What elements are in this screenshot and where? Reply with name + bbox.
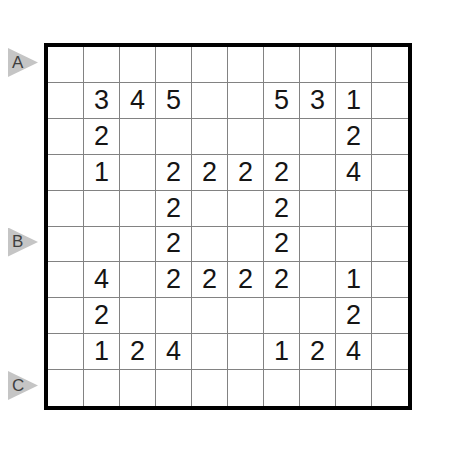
cell-r3c8[interactable]	[300, 119, 336, 155]
cell-r8c8[interactable]	[300, 298, 336, 334]
cell-r8c3[interactable]	[120, 298, 156, 334]
cell-r3c6[interactable]	[228, 119, 264, 155]
cell-r7c6-clue: 2	[228, 262, 264, 298]
puzzle-board: 34553122122224222242222122124124	[44, 43, 412, 410]
cell-r9c1[interactable]	[48, 334, 84, 370]
cell-r6c8[interactable]	[300, 227, 336, 263]
cell-r9c4-clue: 4	[156, 334, 192, 370]
cell-r10c4[interactable]	[156, 370, 192, 406]
cell-r9c3-clue: 2	[120, 334, 156, 370]
cell-r2c4-clue: 5	[156, 83, 192, 119]
cell-r4c2-clue: 1	[84, 155, 120, 191]
cell-r7c1[interactable]	[48, 262, 84, 298]
cell-r10c10[interactable]	[372, 370, 408, 406]
cell-r10c3[interactable]	[120, 370, 156, 406]
puzzle-canvas: 34553122122224222242222122124124 ABC	[0, 0, 458, 454]
cell-r3c3[interactable]	[120, 119, 156, 155]
cell-r8c10[interactable]	[372, 298, 408, 334]
cell-r6c7-clue: 2	[264, 227, 300, 263]
cell-r10c8[interactable]	[300, 370, 336, 406]
cell-r10c1[interactable]	[48, 370, 84, 406]
cell-r2c8-clue: 3	[300, 83, 336, 119]
cell-r4c5-clue: 2	[192, 155, 228, 191]
cell-r8c4[interactable]	[156, 298, 192, 334]
cell-r7c5-clue: 2	[192, 262, 228, 298]
cell-r1c4[interactable]	[156, 47, 192, 83]
cell-r3c5[interactable]	[192, 119, 228, 155]
cell-r3c1[interactable]	[48, 119, 84, 155]
cell-r6c6[interactable]	[228, 227, 264, 263]
cell-r3c9-clue: 2	[336, 119, 372, 155]
cell-r10c2[interactable]	[84, 370, 120, 406]
cell-r5c2[interactable]	[84, 191, 120, 227]
cell-r7c9-clue: 1	[336, 262, 372, 298]
cell-r1c5[interactable]	[192, 47, 228, 83]
cell-r4c10[interactable]	[372, 155, 408, 191]
row-marker-a: A	[8, 48, 38, 77]
cell-r6c1[interactable]	[48, 227, 84, 263]
cell-r3c2-clue: 2	[84, 119, 120, 155]
cell-r8c2-clue: 2	[84, 298, 120, 334]
cell-r5c5[interactable]	[192, 191, 228, 227]
cell-r7c4-clue: 2	[156, 262, 192, 298]
cell-r4c4-clue: 2	[156, 155, 192, 191]
row-marker-label: C	[12, 371, 24, 400]
cell-r4c1[interactable]	[48, 155, 84, 191]
cell-r6c10[interactable]	[372, 227, 408, 263]
cell-r2c9-clue: 1	[336, 83, 372, 119]
cell-r4c7-clue: 2	[264, 155, 300, 191]
cell-r4c9-clue: 4	[336, 155, 372, 191]
cell-r2c5[interactable]	[192, 83, 228, 119]
cell-r2c3-clue: 4	[120, 83, 156, 119]
cell-r6c2[interactable]	[84, 227, 120, 263]
cell-r1c9[interactable]	[336, 47, 372, 83]
cell-r1c6[interactable]	[228, 47, 264, 83]
cell-r7c10[interactable]	[372, 262, 408, 298]
cell-r4c3[interactable]	[120, 155, 156, 191]
cell-r3c4[interactable]	[156, 119, 192, 155]
row-marker-b: B	[8, 228, 38, 257]
cell-r9c7-clue: 1	[264, 334, 300, 370]
cell-r3c7[interactable]	[264, 119, 300, 155]
cell-r9c6[interactable]	[228, 334, 264, 370]
cell-r7c8[interactable]	[300, 262, 336, 298]
cell-r2c10[interactable]	[372, 83, 408, 119]
cell-r1c2[interactable]	[84, 47, 120, 83]
cell-r5c9[interactable]	[336, 191, 372, 227]
cell-r10c5[interactable]	[192, 370, 228, 406]
cell-r9c5[interactable]	[192, 334, 228, 370]
row-marker-label: A	[12, 48, 23, 77]
cell-r2c7-clue: 5	[264, 83, 300, 119]
cell-r5c7-clue: 2	[264, 191, 300, 227]
cell-r4c6-clue: 2	[228, 155, 264, 191]
cell-r8c6[interactable]	[228, 298, 264, 334]
cell-r8c5[interactable]	[192, 298, 228, 334]
cell-r2c2-clue: 3	[84, 83, 120, 119]
cell-r1c10[interactable]	[372, 47, 408, 83]
cell-r8c9-clue: 2	[336, 298, 372, 334]
cell-r10c6[interactable]	[228, 370, 264, 406]
cell-r9c2-clue: 1	[84, 334, 120, 370]
cell-r7c7-clue: 2	[264, 262, 300, 298]
cell-r9c10[interactable]	[372, 334, 408, 370]
cell-r8c1[interactable]	[48, 298, 84, 334]
cell-r1c3[interactable]	[120, 47, 156, 83]
cell-r2c1[interactable]	[48, 83, 84, 119]
cell-r5c4-clue: 2	[156, 191, 192, 227]
cell-r5c6[interactable]	[228, 191, 264, 227]
cell-r5c10[interactable]	[372, 191, 408, 227]
cell-r5c8[interactable]	[300, 191, 336, 227]
cell-r7c2-clue: 4	[84, 262, 120, 298]
cell-r2c6[interactable]	[228, 83, 264, 119]
cell-r10c9[interactable]	[336, 370, 372, 406]
cell-r3c10[interactable]	[372, 119, 408, 155]
cell-r6c5[interactable]	[192, 227, 228, 263]
row-marker-label: B	[12, 228, 23, 257]
row-marker-c: C	[8, 371, 38, 400]
cell-r5c3[interactable]	[120, 191, 156, 227]
cell-r5c1[interactable]	[48, 191, 84, 227]
cell-r7c3[interactable]	[120, 262, 156, 298]
cell-r6c3[interactable]	[120, 227, 156, 263]
cell-r8c7[interactable]	[264, 298, 300, 334]
cell-r10c7[interactable]	[264, 370, 300, 406]
cell-r6c9[interactable]	[336, 227, 372, 263]
cell-r1c7[interactable]	[264, 47, 300, 83]
cell-r9c8-clue: 2	[300, 334, 336, 370]
cell-r4c8[interactable]	[300, 155, 336, 191]
cell-r1c8[interactable]	[300, 47, 336, 83]
cell-r6c4-clue: 2	[156, 227, 192, 263]
cell-r1c1[interactable]	[48, 47, 84, 83]
cell-r9c9-clue: 4	[336, 334, 372, 370]
